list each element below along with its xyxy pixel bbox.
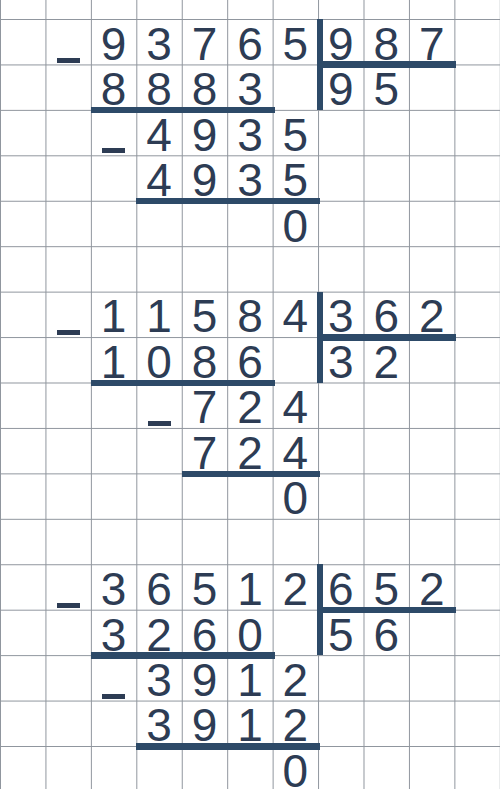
digit-cell: 5: [364, 566, 409, 611]
minus-sign: [57, 58, 80, 63]
division-underline: [136, 743, 320, 750]
digit-cell: 3: [91, 612, 136, 657]
digit-cell: 6: [364, 294, 409, 339]
digit-cell: 4: [136, 112, 181, 157]
digit-cell: 3: [136, 703, 181, 748]
digit-cell: 0: [136, 339, 181, 384]
digit-cell: 7: [409, 21, 454, 66]
digit-cell: 0: [227, 612, 272, 657]
digit-cell: 1: [227, 566, 272, 611]
digit-cell: 4: [136, 157, 181, 202]
digit-cell: 3: [136, 657, 181, 702]
digit-cell: 2: [364, 339, 409, 384]
digit-cell: 3: [227, 112, 272, 157]
digit-cell: 3: [227, 157, 272, 202]
digit-cell: 4: [273, 385, 318, 430]
digit-cell: 6: [136, 566, 181, 611]
digit-cell: 8: [182, 339, 227, 384]
digit-cell: 9: [182, 112, 227, 157]
division-underline: [91, 380, 275, 387]
digit-cell: 4: [273, 294, 318, 339]
digit-cell: 8: [182, 66, 227, 111]
digit-cell: 0: [273, 476, 318, 521]
digit-cell: 1: [136, 294, 181, 339]
digit-cell: 6: [182, 612, 227, 657]
digit-cell: 3: [318, 339, 363, 384]
minus-sign: [148, 421, 171, 426]
minus-sign: [57, 603, 80, 608]
minus-sign: [57, 330, 80, 335]
division-underline: [182, 471, 320, 478]
digit-cell: 7: [182, 430, 227, 475]
digit-cell: 2: [227, 430, 272, 475]
digit-cell: 6: [227, 339, 272, 384]
digit-cell: 9: [91, 21, 136, 66]
digit-cell: 8: [91, 66, 136, 111]
digit-cell: 6: [227, 21, 272, 66]
digit-cell: 8: [227, 294, 272, 339]
digit-cell: 9: [182, 157, 227, 202]
digit-cell: 1: [227, 657, 272, 702]
digit-cell: 9: [318, 66, 363, 111]
division-underline: [318, 61, 456, 68]
digit-cell: 7: [182, 21, 227, 66]
digit-cell: 5: [182, 294, 227, 339]
digit-cell: 8: [364, 21, 409, 66]
division-underline: [91, 107, 275, 114]
digit-cell: 5: [182, 566, 227, 611]
digit-cell: 2: [409, 566, 454, 611]
division-underline: [318, 334, 456, 341]
digit-cell: 9: [318, 21, 363, 66]
digit-cell: 3: [136, 21, 181, 66]
digit-cell: 1: [227, 703, 272, 748]
digit-cell: 4: [273, 430, 318, 475]
digit-cell: 8: [136, 66, 181, 111]
digit-cell: 5: [273, 21, 318, 66]
digit-cell: 6: [318, 566, 363, 611]
division-underline: [136, 198, 320, 205]
digit-cell: 1: [91, 339, 136, 384]
digit-cell: 3: [318, 294, 363, 339]
digit-cell: 9: [182, 703, 227, 748]
digit-cell: 3: [227, 66, 272, 111]
minus-sign: [102, 148, 125, 153]
digit-cell: 2: [227, 385, 272, 430]
digit-cell: 1: [91, 294, 136, 339]
digit-cell: 5: [364, 66, 409, 111]
division-worksheet: 9376598788839549354935011584362108632724…: [0, 0, 500, 789]
digit-cell: 3: [91, 566, 136, 611]
digit-cell: 2: [136, 612, 181, 657]
digit-cell: 9: [182, 657, 227, 702]
division-underline: [318, 607, 456, 614]
digit-cell: 0: [273, 748, 318, 789]
minus-sign: [102, 694, 125, 699]
digit-cell: 2: [273, 703, 318, 748]
digit-cell: 5: [273, 112, 318, 157]
division-underline: [91, 652, 275, 659]
digit-cell: 2: [409, 294, 454, 339]
digit-cell: 6: [364, 612, 409, 657]
digit-cell: 7: [182, 385, 227, 430]
digit-cell: 5: [273, 157, 318, 202]
digit-cell: 0: [273, 203, 318, 248]
digit-cell: 2: [273, 657, 318, 702]
digit-cell: 5: [318, 612, 363, 657]
digit-cell: 2: [273, 566, 318, 611]
